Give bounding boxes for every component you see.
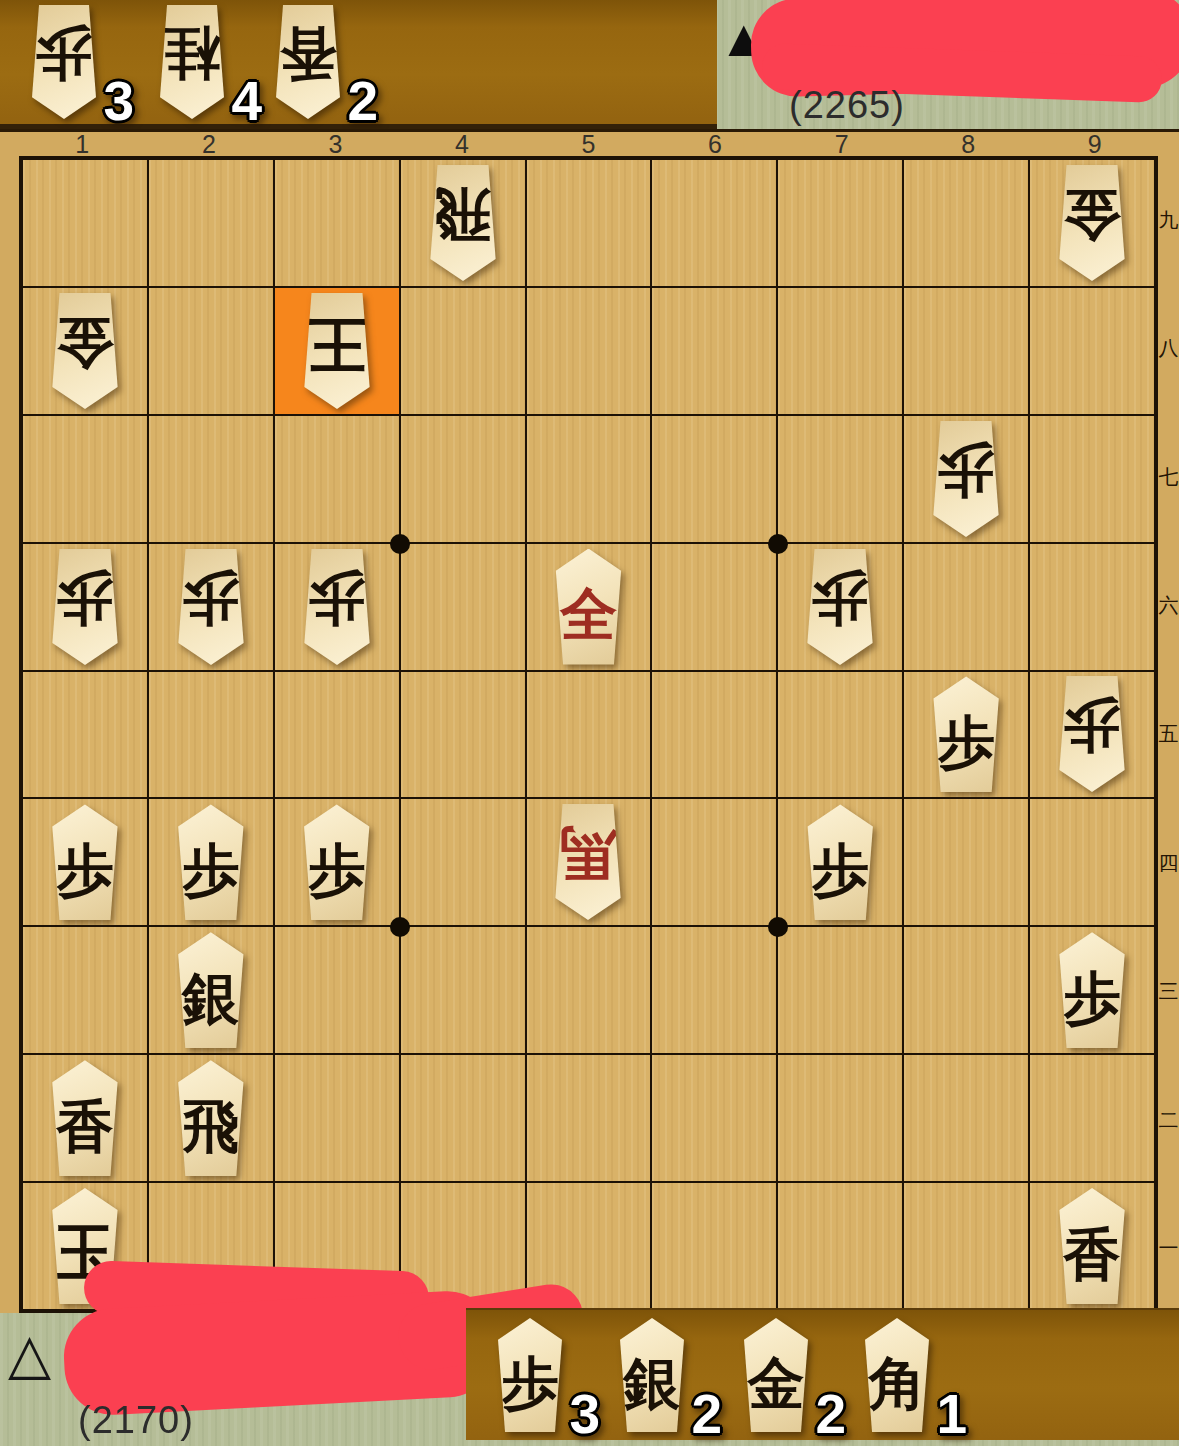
square-2五[interactable]: [149, 672, 273, 798]
hoshi-dot: [390, 917, 410, 937]
piece-wrap: 王: [275, 288, 399, 414]
square-1六[interactable]: 歩: [23, 544, 147, 670]
square-5七[interactable]: [527, 416, 651, 542]
square-7五[interactable]: [778, 672, 902, 798]
piece-歩[interactable]: 歩: [286, 549, 388, 665]
square-8四[interactable]: [904, 799, 1028, 925]
sente-hand-歩[interactable]: 歩3: [14, 5, 114, 119]
piece-歩[interactable]: 歩: [34, 804, 136, 920]
gote-hand-歩[interactable]: 歩3: [480, 1318, 580, 1432]
piece-全[interactable]: 全: [537, 549, 639, 665]
piece-歩[interactable]: 歩: [34, 549, 136, 665]
file-label-4: 4: [399, 132, 526, 156]
piece-歩[interactable]: 歩: [789, 804, 891, 920]
board-grid: 飛金金王歩歩歩歩全歩歩歩歩歩歩馬歩銀歩香飛玉香: [19, 156, 1158, 1313]
file-label-5: 5: [525, 132, 652, 156]
piece-wrap: 歩: [1030, 927, 1154, 1053]
square-8六[interactable]: [904, 544, 1028, 670]
gote-hand-tray: 歩3銀2金2角1: [466, 1308, 1179, 1440]
piece-歩[interactable]: 歩: [789, 549, 891, 665]
piece-wrap: 飛: [401, 160, 525, 286]
rank-label-四: 四: [1158, 799, 1179, 928]
rank-label-九: 九: [1158, 156, 1179, 285]
piece-歩[interactable]: 歩: [160, 804, 262, 920]
square-4二[interactable]: [401, 1055, 525, 1181]
hand-count: 3: [569, 1387, 600, 1442]
hand-piece-銀[interactable]: 銀: [602, 1318, 702, 1432]
rank-label-五: 五: [1158, 670, 1179, 799]
piece-glyph: 桂: [164, 27, 221, 84]
square-5三[interactable]: [527, 927, 651, 1053]
square-3八[interactable]: 王: [275, 288, 399, 414]
square-3二[interactable]: [275, 1055, 399, 1181]
rank-labels: 九八七六五四三二一: [1158, 156, 1179, 1313]
square-2六[interactable]: 歩: [149, 544, 273, 670]
rank-label-二: 二: [1158, 1056, 1179, 1185]
square-5四[interactable]: 馬: [527, 799, 651, 925]
sente-hand-香[interactable]: 香2: [258, 5, 358, 119]
piece-glyph: 金: [748, 1354, 805, 1411]
square-5五[interactable]: [527, 672, 651, 798]
gote-rating: (2170): [78, 1399, 194, 1442]
square-6一[interactable]: [652, 1183, 776, 1309]
piece-glyph: 歩: [308, 841, 365, 898]
piece-glyph: 歩: [182, 841, 239, 898]
piece-glyph: 歩: [56, 571, 113, 628]
piece-歩[interactable]: 歩: [160, 549, 262, 665]
square-1三[interactable]: [23, 927, 147, 1053]
square-3七[interactable]: [275, 416, 399, 542]
square-8五[interactable]: 歩: [904, 672, 1028, 798]
square-6五[interactable]: [652, 672, 776, 798]
square-1七[interactable]: [23, 416, 147, 542]
piece-glyph: 歩: [812, 571, 869, 628]
file-label-3: 3: [272, 132, 399, 156]
piece-wrap: 金: [23, 288, 147, 414]
piece-glyph: 歩: [1064, 699, 1121, 756]
piece-glyph: 歩: [182, 571, 239, 628]
square-4九[interactable]: 飛: [401, 160, 525, 286]
piece-飛[interactable]: 飛: [160, 1060, 262, 1176]
piece-銀[interactable]: 銀: [160, 932, 262, 1048]
piece-歩[interactable]: 歩: [915, 676, 1017, 792]
sente-rating: (2265): [789, 84, 905, 127]
square-9九[interactable]: 金: [1030, 160, 1154, 286]
file-labels: 123456789: [19, 132, 1158, 156]
square-4八[interactable]: [401, 288, 525, 414]
piece-wrap: 香: [23, 1055, 147, 1181]
square-4六[interactable]: [401, 544, 525, 670]
hand-piece-桂[interactable]: 桂: [142, 5, 242, 119]
shogi-board: 123456789 九八七六五四三二一 飛金金王歩歩歩歩全歩歩歩歩歩歩馬歩銀歩香…: [0, 129, 1179, 1313]
square-7四[interactable]: 歩: [778, 799, 902, 925]
hand-piece-角[interactable]: 角: [847, 1318, 947, 1432]
piece-glyph: 角: [869, 1354, 926, 1411]
square-9八[interactable]: [1030, 288, 1154, 414]
square-2九[interactable]: [149, 160, 273, 286]
square-1八[interactable]: 金: [23, 288, 147, 414]
square-4七[interactable]: [401, 416, 525, 542]
hand-count: 2: [815, 1387, 846, 1442]
piece-wrap: 香: [1030, 1183, 1154, 1309]
piece-歩[interactable]: 歩: [1041, 676, 1143, 792]
hand-piece-歩[interactable]: 歩: [480, 1318, 580, 1432]
hoshi-dot: [768, 917, 788, 937]
shogi-app-screen: 歩3桂4香2 ▲ (2265) 123456789 九八七六五四三二一 飛金金王…: [0, 0, 1179, 1446]
gote-mark: △: [8, 1326, 51, 1382]
piece-wrap: 歩: [1030, 672, 1154, 798]
square-9一[interactable]: 香: [1030, 1183, 1154, 1309]
piece-glyph: 香: [280, 27, 337, 84]
piece-glyph: 全: [560, 585, 617, 642]
square-3六[interactable]: 歩: [275, 544, 399, 670]
square-4四[interactable]: [401, 799, 525, 925]
square-4三[interactable]: [401, 927, 525, 1053]
square-5九[interactable]: [527, 160, 651, 286]
square-6二[interactable]: [652, 1055, 776, 1181]
piece-glyph: 歩: [308, 571, 365, 628]
hand-count: 1: [936, 1387, 967, 1442]
piece-wrap: 歩: [904, 416, 1028, 542]
hoshi-dot: [768, 534, 788, 554]
square-7九[interactable]: [778, 160, 902, 286]
piece-glyph: 銀: [182, 969, 239, 1026]
square-7七[interactable]: [778, 416, 902, 542]
square-9五[interactable]: 歩: [1030, 672, 1154, 798]
piece-glyph: 銀: [624, 1354, 681, 1411]
piece-glyph: 金: [1064, 187, 1121, 244]
square-9七[interactable]: [1030, 416, 1154, 542]
hoshi-dot: [390, 534, 410, 554]
square-7六[interactable]: 歩: [778, 544, 902, 670]
gote-hand-角[interactable]: 角1: [847, 1318, 947, 1432]
piece-飛[interactable]: 飛: [412, 165, 514, 281]
piece-wrap: 歩: [23, 544, 147, 670]
piece-歩[interactable]: 歩: [915, 421, 1017, 537]
square-3三[interactable]: [275, 927, 399, 1053]
gote-hand-銀[interactable]: 銀2: [602, 1318, 702, 1432]
piece-wrap: 金: [1030, 160, 1154, 286]
hand-piece-歩[interactable]: 歩: [14, 5, 114, 119]
piece-金[interactable]: 金: [34, 293, 136, 409]
piece-wrap: 歩: [149, 799, 273, 925]
square-9四[interactable]: [1030, 799, 1154, 925]
hand-piece-金[interactable]: 金: [726, 1318, 826, 1432]
square-7一[interactable]: [778, 1183, 902, 1309]
square-6八[interactable]: [652, 288, 776, 414]
square-2三[interactable]: 銀: [149, 927, 273, 1053]
square-1四[interactable]: 歩: [23, 799, 147, 925]
piece-glyph: 飛: [434, 187, 491, 244]
piece-glyph: 歩: [36, 27, 93, 84]
piece-馬[interactable]: 馬: [537, 804, 639, 920]
square-5六[interactable]: 全: [527, 544, 651, 670]
piece-wrap: 歩: [778, 799, 902, 925]
square-5八[interactable]: [527, 288, 651, 414]
file-label-9: 9: [1031, 132, 1158, 156]
piece-wrap: 歩: [275, 544, 399, 670]
square-7八[interactable]: [778, 288, 902, 414]
piece-glyph: 王: [306, 313, 368, 375]
square-1五[interactable]: [23, 672, 147, 798]
square-6九[interactable]: [652, 160, 776, 286]
piece-glyph: 歩: [56, 841, 113, 898]
hand-count: 2: [691, 1387, 722, 1442]
piece-glyph: 歩: [938, 443, 995, 500]
sente-hand-桂[interactable]: 桂4: [142, 5, 242, 119]
piece-歩[interactable]: 歩: [286, 804, 388, 920]
square-2四[interactable]: 歩: [149, 799, 273, 925]
file-label-1: 1: [19, 132, 146, 156]
square-8九[interactable]: [904, 160, 1028, 286]
file-label-6: 6: [652, 132, 779, 156]
rank-label-六: 六: [1158, 542, 1179, 671]
piece-王[interactable]: 王: [286, 293, 388, 409]
square-3五[interactable]: [275, 672, 399, 798]
square-3九[interactable]: [275, 160, 399, 286]
hand-count: 3: [103, 74, 134, 129]
piece-wrap: 銀: [149, 927, 273, 1053]
piece-glyph: 香: [1064, 1225, 1121, 1282]
piece-glyph: 馬: [560, 827, 617, 884]
square-7二[interactable]: [778, 1055, 902, 1181]
piece-wrap: 全: [527, 544, 651, 670]
rank-label-一: 一: [1158, 1184, 1179, 1313]
piece-香[interactable]: 香: [34, 1060, 136, 1176]
square-8八[interactable]: [904, 288, 1028, 414]
piece-glyph: 歩: [1064, 969, 1121, 1026]
square-3四[interactable]: 歩: [275, 799, 399, 925]
square-1二[interactable]: 香: [23, 1055, 147, 1181]
file-label-2: 2: [146, 132, 273, 156]
piece-glyph: 香: [56, 1097, 113, 1154]
square-4五[interactable]: [401, 672, 525, 798]
piece-wrap: 歩: [904, 672, 1028, 798]
square-6七[interactable]: [652, 416, 776, 542]
square-9三[interactable]: 歩: [1030, 927, 1154, 1053]
piece-glyph: 金: [56, 315, 113, 372]
piece-wrap: 歩: [778, 544, 902, 670]
sente-hand-tray: 歩3桂4香2: [0, 0, 717, 129]
rank-label-八: 八: [1158, 285, 1179, 414]
square-2八[interactable]: [149, 288, 273, 414]
piece-glyph: 歩: [502, 1354, 559, 1411]
square-6六[interactable]: [652, 544, 776, 670]
square-6三[interactable]: [652, 927, 776, 1053]
piece-glyph: 飛: [182, 1097, 239, 1154]
hand-count: 2: [347, 74, 378, 129]
square-6四[interactable]: [652, 799, 776, 925]
square-5二[interactable]: [527, 1055, 651, 1181]
square-2七[interactable]: [149, 416, 273, 542]
square-9六[interactable]: [1030, 544, 1154, 670]
piece-wrap: 飛: [149, 1055, 273, 1181]
rank-label-三: 三: [1158, 927, 1179, 1056]
square-8三[interactable]: [904, 927, 1028, 1053]
piece-wrap: 歩: [275, 799, 399, 925]
piece-歩[interactable]: 歩: [1041, 932, 1143, 1048]
square-8二[interactable]: [904, 1055, 1028, 1181]
square-8一[interactable]: [904, 1183, 1028, 1309]
square-9二[interactable]: [1030, 1055, 1154, 1181]
piece-金[interactable]: 金: [1041, 165, 1143, 281]
square-1九[interactable]: [23, 160, 147, 286]
square-7三[interactable]: [778, 927, 902, 1053]
rank-label-七: 七: [1158, 413, 1179, 542]
square-2二[interactable]: 飛: [149, 1055, 273, 1181]
square-8七[interactable]: 歩: [904, 416, 1028, 542]
piece-wrap: 馬: [527, 799, 651, 925]
piece-香[interactable]: 香: [1041, 1188, 1143, 1304]
file-label-8: 8: [905, 132, 1032, 156]
file-label-7: 7: [778, 132, 905, 156]
hand-piece-香[interactable]: 香: [258, 5, 358, 119]
piece-glyph: 歩: [812, 841, 869, 898]
piece-wrap: 歩: [23, 799, 147, 925]
piece-wrap: 歩: [149, 544, 273, 670]
gote-hand-金[interactable]: 金2: [726, 1318, 826, 1432]
piece-glyph: 歩: [938, 713, 995, 770]
